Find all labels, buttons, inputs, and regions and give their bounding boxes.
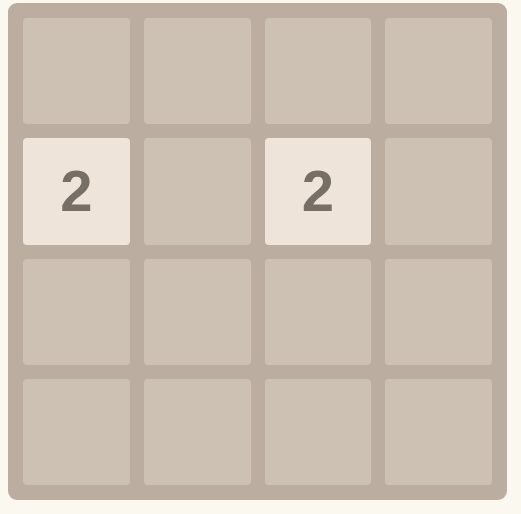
game-page: 22	[0, 0, 521, 514]
empty-cell-r1c3	[265, 18, 372, 124]
empty-cell-r1c2	[144, 18, 251, 124]
tile-2-r2c3: 2	[265, 138, 372, 244]
empty-cell-r1c1	[23, 18, 130, 124]
tile-2-r2c1: 2	[23, 138, 130, 244]
empty-cell-r3c3	[265, 259, 372, 365]
empty-cell-r4c4	[385, 379, 492, 485]
empty-cell-r3c4	[385, 259, 492, 365]
empty-cell-r2c4	[385, 138, 492, 244]
empty-cell-r1c4	[385, 18, 492, 124]
empty-cell-r4c1	[23, 379, 130, 485]
empty-cell-r3c1	[23, 259, 130, 365]
board-2048[interactable]: 22	[8, 3, 507, 500]
empty-cell-r3c2	[144, 259, 251, 365]
empty-cell-r4c2	[144, 379, 251, 485]
empty-cell-r2c2	[144, 138, 251, 244]
empty-cell-r4c3	[265, 379, 372, 485]
